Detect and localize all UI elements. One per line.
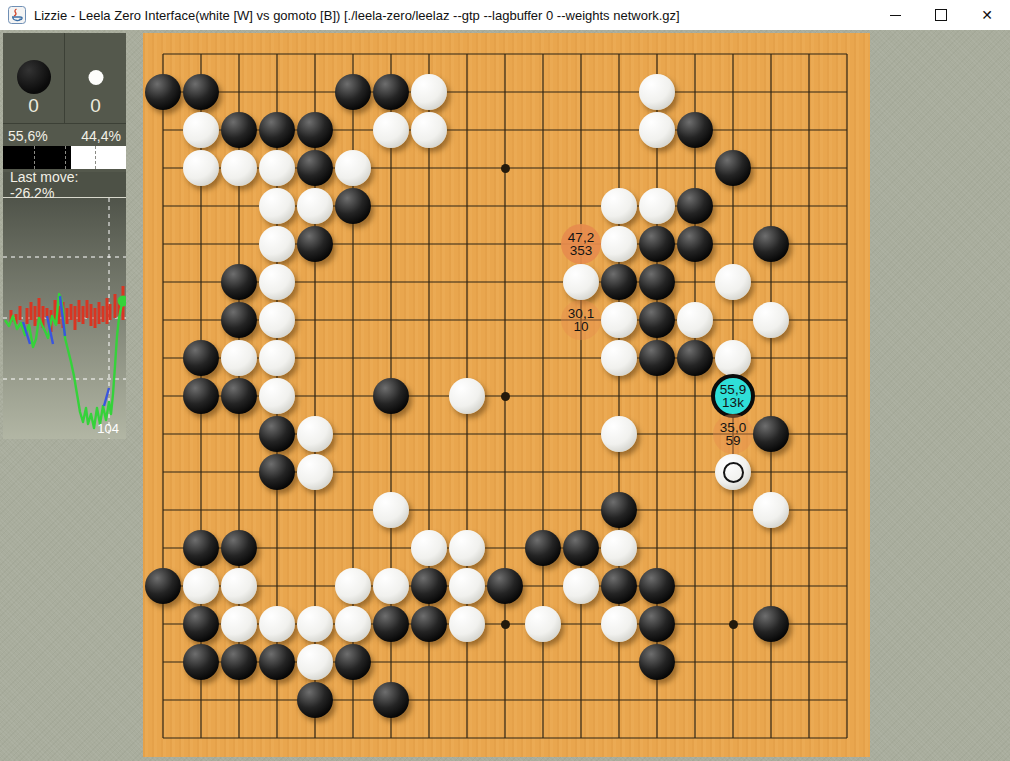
- black-stone: [183, 530, 219, 566]
- white-stone: [221, 568, 257, 604]
- white-stone: [373, 112, 409, 148]
- white-stone: [259, 226, 295, 262]
- white-winrate-label: 44,4%: [81, 128, 121, 144]
- black-stone: [411, 606, 447, 642]
- white-stone: [259, 264, 295, 300]
- white-stone: [335, 606, 371, 642]
- white-stone: [449, 530, 485, 566]
- black-stone: [563, 530, 599, 566]
- white-stone-icon: [88, 70, 103, 85]
- black-captures-count: 0: [3, 95, 64, 117]
- black-stone: [715, 150, 751, 186]
- white-stone: [601, 188, 637, 224]
- go-board[interactable]: 47,235330,11055,913k35,059: [143, 33, 870, 757]
- minimize-icon: [890, 15, 901, 16]
- candidate-visits: 59: [725, 434, 740, 447]
- white-stone: [183, 568, 219, 604]
- black-stone: [601, 568, 637, 604]
- white-stone: [411, 112, 447, 148]
- black-stone: [259, 644, 295, 680]
- white-stone: [221, 340, 257, 376]
- white-stone: [715, 264, 751, 300]
- black-stone: [639, 264, 675, 300]
- close-button[interactable]: ✕: [964, 0, 1010, 30]
- black-stone: [221, 112, 257, 148]
- maximize-button[interactable]: [918, 0, 964, 30]
- black-stone: [183, 644, 219, 680]
- black-stone: [601, 492, 637, 528]
- black-stone: [335, 74, 371, 110]
- black-stone: [525, 530, 561, 566]
- white-stone: [297, 644, 333, 680]
- black-stone: [639, 302, 675, 338]
- winrate-tick-50: [65, 146, 66, 169]
- last-move-marker: [723, 462, 744, 483]
- white-stone: [525, 606, 561, 642]
- white-stone: [259, 302, 295, 338]
- candidate-visits: 10: [573, 320, 588, 333]
- black-stone: [183, 606, 219, 642]
- white-stone: [259, 188, 295, 224]
- black-stone-icon: [17, 60, 51, 94]
- captures-panel: 0 0: [3, 33, 126, 124]
- white-stone: [601, 340, 637, 376]
- black-stone: [639, 340, 675, 376]
- white-stone: [563, 568, 599, 604]
- winrate-bar-black: [3, 146, 71, 169]
- black-stone: [183, 340, 219, 376]
- candidate-move[interactable]: 47,2353: [561, 224, 601, 264]
- white-stone: [601, 416, 637, 452]
- black-winrate-label: 55,6%: [8, 128, 48, 144]
- white-stone: [183, 112, 219, 148]
- title-bar[interactable]: Lizzie - Leela Zero Interface(white [W] …: [0, 0, 1010, 30]
- black-stone: [373, 74, 409, 110]
- white-stone: [639, 74, 675, 110]
- white-stone: [601, 530, 637, 566]
- white-stone: [259, 340, 295, 376]
- black-stone: [487, 568, 523, 604]
- black-stone: [335, 644, 371, 680]
- black-stone: [183, 378, 219, 414]
- black-stone: [183, 74, 219, 110]
- black-stone: [639, 606, 675, 642]
- black-stone: [145, 568, 181, 604]
- winrate-graph[interactable]: 104: [3, 198, 126, 439]
- maximize-icon: [935, 9, 947, 21]
- white-stone: [335, 568, 371, 604]
- move-number: 104: [97, 421, 119, 436]
- black-stone: [753, 226, 789, 262]
- black-stone: [639, 644, 675, 680]
- last-move-panel: Last move: -26,2%: [3, 172, 126, 198]
- white-stone: [753, 302, 789, 338]
- white-stone: [221, 606, 257, 642]
- black-stone: [221, 264, 257, 300]
- black-stone: [639, 568, 675, 604]
- black-stone: [411, 568, 447, 604]
- white-stone: [335, 150, 371, 186]
- black-stone: [259, 416, 295, 452]
- white-stone: [373, 568, 409, 604]
- black-stone: [297, 682, 333, 718]
- white-captures: 0: [65, 33, 126, 123]
- winrate-bar: [3, 146, 126, 169]
- last-move-label: Last move: -26,2%: [10, 169, 126, 201]
- winrate-tick-25: [34, 146, 35, 169]
- white-stone: [601, 302, 637, 338]
- white-stone: [753, 492, 789, 528]
- app-content: 0 0 55,6% 44,4% Last move: -26,2%: [0, 30, 1010, 761]
- black-stone: [221, 378, 257, 414]
- white-stone: [715, 340, 751, 376]
- black-stone: [259, 112, 295, 148]
- candidate-move[interactable]: 30,110: [561, 300, 601, 340]
- black-stone: [221, 644, 257, 680]
- sidebar: 0 0 55,6% 44,4% Last move: -26,2%: [3, 33, 126, 439]
- white-stone: [411, 74, 447, 110]
- white-stone: [449, 606, 485, 642]
- black-stone: [677, 340, 713, 376]
- winrate-tick-75: [95, 146, 96, 169]
- candidate-move[interactable]: 55,913k: [711, 374, 755, 418]
- white-stone: [639, 188, 675, 224]
- white-stone: [449, 378, 485, 414]
- star-point: [501, 164, 510, 173]
- black-stone: [297, 150, 333, 186]
- white-stone: [563, 264, 599, 300]
- star-point: [501, 392, 510, 401]
- white-stone: [183, 150, 219, 186]
- minimize-button[interactable]: [872, 0, 918, 30]
- white-stone: [259, 150, 295, 186]
- white-stone: [297, 454, 333, 490]
- candidate-visits: 13k: [722, 396, 744, 409]
- black-stone: [639, 226, 675, 262]
- white-stone: [601, 606, 637, 642]
- white-stone: [259, 606, 295, 642]
- white-stone: [639, 112, 675, 148]
- black-stone: [677, 226, 713, 262]
- white-stone: [677, 302, 713, 338]
- white-stone: [373, 492, 409, 528]
- star-point: [729, 620, 738, 629]
- app-icon: [8, 6, 26, 24]
- black-stone: [677, 112, 713, 148]
- star-point: [501, 620, 510, 629]
- white-stone: [297, 188, 333, 224]
- black-stone: [373, 378, 409, 414]
- white-stone: [259, 378, 295, 414]
- black-stone: [145, 74, 181, 110]
- black-stone: [221, 302, 257, 338]
- candidate-move[interactable]: 35,059: [713, 414, 753, 454]
- black-stone: [601, 264, 637, 300]
- white-captures-count: 0: [65, 95, 126, 117]
- black-stone: [753, 416, 789, 452]
- white-stone: [297, 416, 333, 452]
- window-title: Lizzie - Leela Zero Interface(white [W] …: [34, 8, 680, 23]
- black-captures: 0: [3, 33, 65, 123]
- black-stone: [297, 112, 333, 148]
- black-stone: [221, 530, 257, 566]
- black-stone: [677, 188, 713, 224]
- winrate-panel: 55,6% 44,4%: [3, 124, 126, 172]
- white-stone: [601, 226, 637, 262]
- candidate-visits: 353: [570, 244, 593, 257]
- black-stone: [753, 606, 789, 642]
- black-stone: [297, 226, 333, 262]
- white-stone: [297, 606, 333, 642]
- black-stone: [259, 454, 295, 490]
- white-stone: [411, 530, 447, 566]
- black-stone: [373, 606, 409, 642]
- black-stone: [373, 682, 409, 718]
- white-stone: [449, 568, 485, 604]
- white-stone: [221, 150, 257, 186]
- black-stone: [335, 188, 371, 224]
